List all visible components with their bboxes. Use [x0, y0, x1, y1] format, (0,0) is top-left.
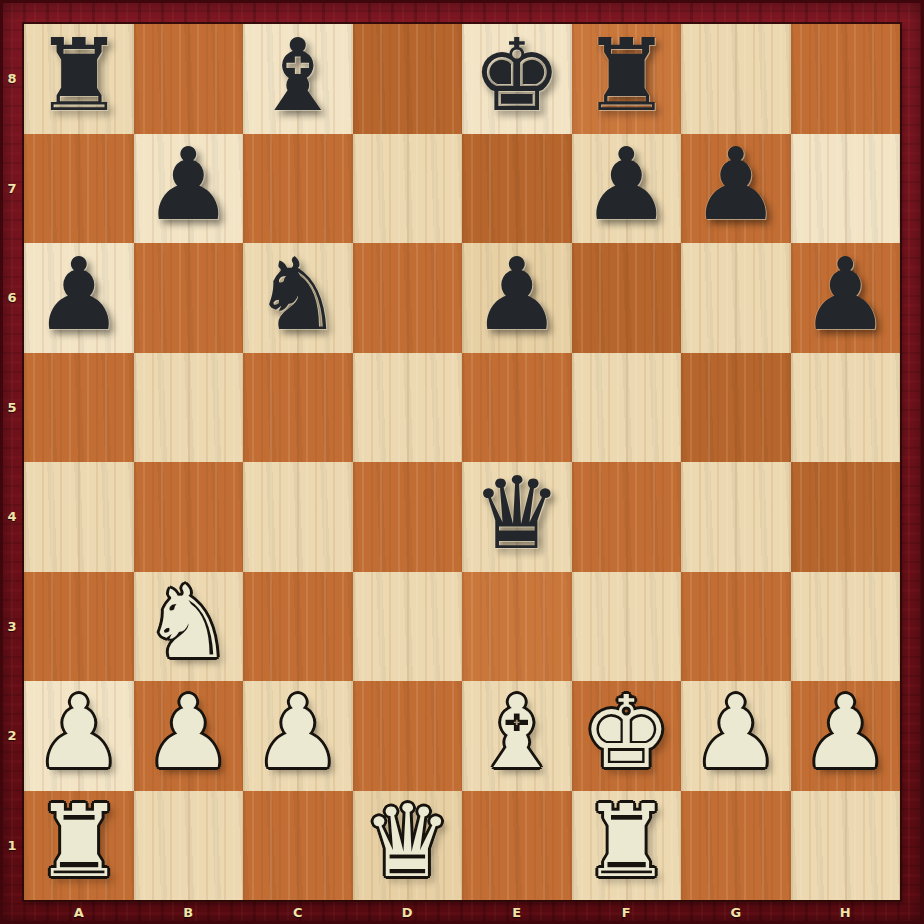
square-f1[interactable]: ♜: [572, 791, 682, 901]
square-h2[interactable]: ♟: [791, 681, 901, 791]
square-a2[interactable]: ♟: [24, 681, 134, 791]
square-c1[interactable]: [243, 791, 353, 901]
square-f7[interactable]: ♟: [572, 134, 682, 244]
file-label-text: B: [183, 905, 193, 920]
square-c4[interactable]: [243, 462, 353, 572]
square-g7[interactable]: ♟: [681, 134, 791, 244]
square-c8[interactable]: ♝: [243, 24, 353, 134]
rank-label-3: 3: [0, 572, 24, 682]
file-label-text: A: [74, 905, 84, 920]
black-pawn-g7[interactable]: ♟: [691, 135, 781, 235]
file-labels: ABCDEFGH: [24, 900, 900, 924]
rank-label-4: 4: [0, 462, 24, 572]
file-label-b: B: [134, 900, 244, 924]
file-label-g: G: [681, 900, 791, 924]
square-e1[interactable]: [462, 791, 572, 901]
square-f8[interactable]: ♜: [572, 24, 682, 134]
file-label-text: H: [840, 905, 851, 920]
square-e6[interactable]: ♟: [462, 243, 572, 353]
square-f2[interactable]: ♚: [572, 681, 682, 791]
black-bishop-c8[interactable]: ♝: [253, 26, 343, 126]
square-d6[interactable]: [353, 243, 463, 353]
file-label-text: D: [402, 905, 413, 920]
rank-label-7: 7: [0, 134, 24, 244]
file-label-text: F: [622, 905, 631, 920]
square-b5[interactable]: [134, 353, 244, 463]
black-queen-e4[interactable]: ♛: [472, 464, 562, 564]
square-d5[interactable]: [353, 353, 463, 463]
rank-label-text: 1: [7, 838, 16, 853]
file-label-text: C: [293, 905, 303, 920]
square-a8[interactable]: ♜: [24, 24, 134, 134]
white-pawn-a2[interactable]: ♟: [34, 683, 124, 783]
square-b3[interactable]: ♞: [134, 572, 244, 682]
black-pawn-a6[interactable]: ♟: [34, 245, 124, 345]
square-h6[interactable]: ♟: [791, 243, 901, 353]
black-king-e8[interactable]: ♚: [472, 26, 562, 126]
square-e5[interactable]: [462, 353, 572, 463]
file-label-text: E: [512, 905, 521, 920]
square-b6[interactable]: [134, 243, 244, 353]
square-f6[interactable]: [572, 243, 682, 353]
white-pawn-b2[interactable]: ♟: [143, 683, 233, 783]
black-knight-c6[interactable]: ♞: [253, 245, 343, 345]
square-d8[interactable]: [353, 24, 463, 134]
file-label-c: C: [243, 900, 353, 924]
rank-label-text: 7: [7, 181, 16, 196]
square-c2[interactable]: ♟: [243, 681, 353, 791]
file-label-e: E: [462, 900, 572, 924]
black-pawn-b7[interactable]: ♟: [143, 135, 233, 235]
square-h5[interactable]: [791, 353, 901, 463]
black-pawn-f7[interactable]: ♟: [581, 135, 671, 235]
rank-label-text: 8: [7, 71, 16, 86]
white-bishop-e2[interactable]: ♝: [472, 683, 562, 783]
white-rook-a1[interactable]: ♜: [34, 792, 124, 892]
square-d7[interactable]: [353, 134, 463, 244]
black-rook-f8[interactable]: ♜: [581, 26, 671, 126]
square-h1[interactable]: [791, 791, 901, 901]
black-rook-a8[interactable]: ♜: [34, 26, 124, 126]
square-g8[interactable]: [681, 24, 791, 134]
rank-label-text: 3: [7, 619, 16, 634]
rank-label-2: 2: [0, 681, 24, 791]
white-queen-d1[interactable]: ♛: [362, 792, 452, 892]
square-a1[interactable]: ♜: [24, 791, 134, 901]
square-c3[interactable]: [243, 572, 353, 682]
white-knight-b3[interactable]: ♞: [143, 573, 233, 673]
file-label-d: D: [353, 900, 463, 924]
white-king-f2[interactable]: ♚: [581, 683, 671, 783]
square-h7[interactable]: [791, 134, 901, 244]
square-g2[interactable]: ♟: [681, 681, 791, 791]
square-g5[interactable]: [681, 353, 791, 463]
rank-label-5: 5: [0, 353, 24, 463]
square-e8[interactable]: ♚: [462, 24, 572, 134]
square-h8[interactable]: [791, 24, 901, 134]
white-pawn-h2[interactable]: ♟: [800, 683, 890, 783]
square-f3[interactable]: [572, 572, 682, 682]
file-label-a: A: [24, 900, 134, 924]
file-label-text: G: [730, 905, 741, 920]
square-c5[interactable]: [243, 353, 353, 463]
square-d4[interactable]: [353, 462, 463, 572]
file-label-h: H: [791, 900, 901, 924]
square-f5[interactable]: [572, 353, 682, 463]
square-c6[interactable]: ♞: [243, 243, 353, 353]
square-d3[interactable]: [353, 572, 463, 682]
white-rook-f1[interactable]: ♜: [581, 792, 671, 892]
rank-label-text: 6: [7, 290, 16, 305]
square-a6[interactable]: ♟: [24, 243, 134, 353]
chess-board[interactable]: ♜♝♚♜♟♟♟♟♞♟♟♛♞♟♟♟♝♚♟♟♜♛♜: [24, 24, 900, 900]
square-d2[interactable]: [353, 681, 463, 791]
square-b7[interactable]: ♟: [134, 134, 244, 244]
black-pawn-h6[interactable]: ♟: [800, 245, 890, 345]
square-c7[interactable]: [243, 134, 353, 244]
black-pawn-e6[interactable]: ♟: [472, 245, 562, 345]
square-f4[interactable]: [572, 462, 682, 572]
square-h4[interactable]: [791, 462, 901, 572]
square-e4[interactable]: ♛: [462, 462, 572, 572]
rank-label-text: 5: [7, 400, 16, 415]
square-h3[interactable]: [791, 572, 901, 682]
rank-label-text: 4: [7, 509, 16, 524]
square-e2[interactable]: ♝: [462, 681, 572, 791]
square-b2[interactable]: ♟: [134, 681, 244, 791]
square-a3[interactable]: [24, 572, 134, 682]
square-a4[interactable]: [24, 462, 134, 572]
file-label-f: F: [572, 900, 682, 924]
rank-labels: 87654321: [0, 24, 24, 900]
rank-label-6: 6: [0, 243, 24, 353]
rank-label-1: 1: [0, 791, 24, 901]
square-a5[interactable]: [24, 353, 134, 463]
square-g3[interactable]: [681, 572, 791, 682]
rank-label-8: 8: [0, 24, 24, 134]
square-b1[interactable]: [134, 791, 244, 901]
square-e7[interactable]: [462, 134, 572, 244]
white-pawn-c2[interactable]: ♟: [253, 683, 343, 783]
square-g4[interactable]: [681, 462, 791, 572]
rank-label-text: 2: [7, 728, 16, 743]
square-a7[interactable]: [24, 134, 134, 244]
white-pawn-g2[interactable]: ♟: [691, 683, 781, 783]
board-frame: 87654321 ♜♝♚♜♟♟♟♟♞♟♟♛♞♟♟♟♝♚♟♟♜♛♜ ABCDEFG…: [0, 0, 924, 924]
square-d1[interactable]: ♛: [353, 791, 463, 901]
square-e3[interactable]: [462, 572, 572, 682]
square-b4[interactable]: [134, 462, 244, 572]
square-b8[interactable]: [134, 24, 244, 134]
square-g6[interactable]: [681, 243, 791, 353]
square-g1[interactable]: [681, 791, 791, 901]
